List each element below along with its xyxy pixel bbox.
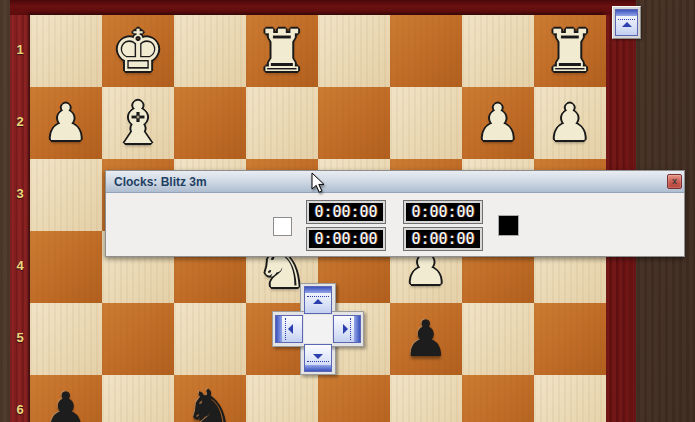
- dock-dotted-line: [618, 19, 635, 20]
- dock-up-icon: [615, 9, 638, 36]
- black-clock-main: 0:00:00: [403, 200, 483, 224]
- black-clock-secondary: 0:00:00: [403, 227, 483, 251]
- dotted-line: [307, 361, 329, 362]
- square-g6[interactable]: [102, 375, 174, 422]
- piece-white-rook-a1[interactable]: ♜: [534, 15, 606, 87]
- square-f2[interactable]: [174, 87, 246, 159]
- square-f5[interactable]: [174, 303, 246, 375]
- square-d6[interactable]: [318, 375, 390, 422]
- square-g1[interactable]: ♚: [102, 15, 174, 87]
- square-b5[interactable]: [462, 303, 534, 375]
- close-icon[interactable]: x: [667, 174, 682, 189]
- up-arrow-icon: [313, 299, 323, 304]
- left-arrow-icon: [288, 324, 293, 334]
- band: [276, 316, 282, 342]
- square-b2[interactable]: ♟: [462, 87, 534, 159]
- square-c1[interactable]: [390, 15, 462, 87]
- white-side-indicator: [273, 217, 292, 236]
- square-h5[interactable]: [30, 303, 102, 375]
- black-side-indicator: [498, 215, 519, 236]
- dock-band: [616, 10, 637, 16]
- piece-white-pawn-b2[interactable]: ♟: [462, 87, 534, 159]
- square-d1[interactable]: [318, 15, 390, 87]
- piece-white-pawn-a2[interactable]: ♟: [534, 87, 606, 159]
- navpad-left-button[interactable]: [275, 315, 303, 343]
- clocks-dialog-title: Clocks: Blitz 3m: [114, 175, 207, 189]
- dock-up-arrow-icon: [622, 22, 632, 27]
- square-h2[interactable]: ♟: [30, 87, 102, 159]
- band: [305, 287, 331, 293]
- chess-app-window: ♚♜♜♟♝♟♟♞♟♟♟♞ 123456: [0, 0, 695, 422]
- piece-white-rook-e1[interactable]: ♜: [246, 15, 318, 87]
- square-a6[interactable]: [534, 375, 606, 422]
- square-c5[interactable]: ♟: [390, 303, 462, 375]
- right-arrow-icon: [343, 324, 348, 334]
- piece-white-king-g1[interactable]: ♚: [102, 15, 174, 87]
- mouse-cursor: [311, 172, 325, 194]
- board-collapse-button[interactable]: [612, 6, 641, 39]
- band: [354, 316, 360, 342]
- square-e6[interactable]: [246, 375, 318, 422]
- piece-black-pawn-c5[interactable]: ♟: [390, 303, 462, 375]
- rank-label-4: 4: [10, 258, 30, 273]
- square-f1[interactable]: [174, 15, 246, 87]
- dotted-line: [350, 318, 351, 340]
- square-h1[interactable]: [30, 15, 102, 87]
- clocks-dialog-titlebar[interactable]: Clocks: Blitz 3m x: [106, 171, 684, 193]
- piece-black-knight-f6[interactable]: ♞: [174, 375, 246, 422]
- piece-white-pawn-h2[interactable]: ♟: [30, 87, 102, 159]
- square-g5[interactable]: [102, 303, 174, 375]
- piece-black-pawn-h6[interactable]: ♟: [30, 375, 102, 422]
- square-f6[interactable]: ♞: [174, 375, 246, 422]
- navpad-right-button[interactable]: [333, 315, 361, 343]
- square-h6[interactable]: ♟: [30, 375, 102, 422]
- band: [305, 365, 331, 371]
- down-arrow-icon: [313, 354, 323, 359]
- square-e2[interactable]: [246, 87, 318, 159]
- square-d2[interactable]: [318, 87, 390, 159]
- square-c2[interactable]: [390, 87, 462, 159]
- board-frame-top: [10, 0, 636, 15]
- piece-white-bishop-g2[interactable]: ♝: [102, 87, 174, 159]
- square-h3[interactable]: [30, 159, 102, 231]
- square-a5[interactable]: [534, 303, 606, 375]
- square-e1[interactable]: ♜: [246, 15, 318, 87]
- rank-label-1: 1: [10, 42, 30, 57]
- square-a1[interactable]: ♜: [534, 15, 606, 87]
- square-h4[interactable]: [30, 231, 102, 303]
- board-navigation-pad: [272, 283, 364, 375]
- navpad-down-button[interactable]: [304, 344, 332, 372]
- navpad-center: [304, 315, 332, 343]
- square-a2[interactable]: ♟: [534, 87, 606, 159]
- rank-label-6: 6: [10, 402, 30, 417]
- square-c6[interactable]: [390, 375, 462, 422]
- white-clock-main: 0:00:00: [306, 200, 386, 224]
- clocks-dialog: Clocks: Blitz 3m x 0:00:00 0:00:00 0:00:…: [105, 170, 685, 257]
- navpad-up-button[interactable]: [304, 286, 332, 314]
- rank-label-3: 3: [10, 186, 30, 201]
- white-clock-secondary: 0:00:00: [306, 227, 386, 251]
- dotted-line: [285, 318, 286, 340]
- square-g2[interactable]: ♝: [102, 87, 174, 159]
- square-b1[interactable]: [462, 15, 534, 87]
- rank-label-5: 5: [10, 330, 30, 345]
- dotted-line: [307, 296, 329, 297]
- square-b6[interactable]: [462, 375, 534, 422]
- rank-label-2: 2: [10, 114, 30, 129]
